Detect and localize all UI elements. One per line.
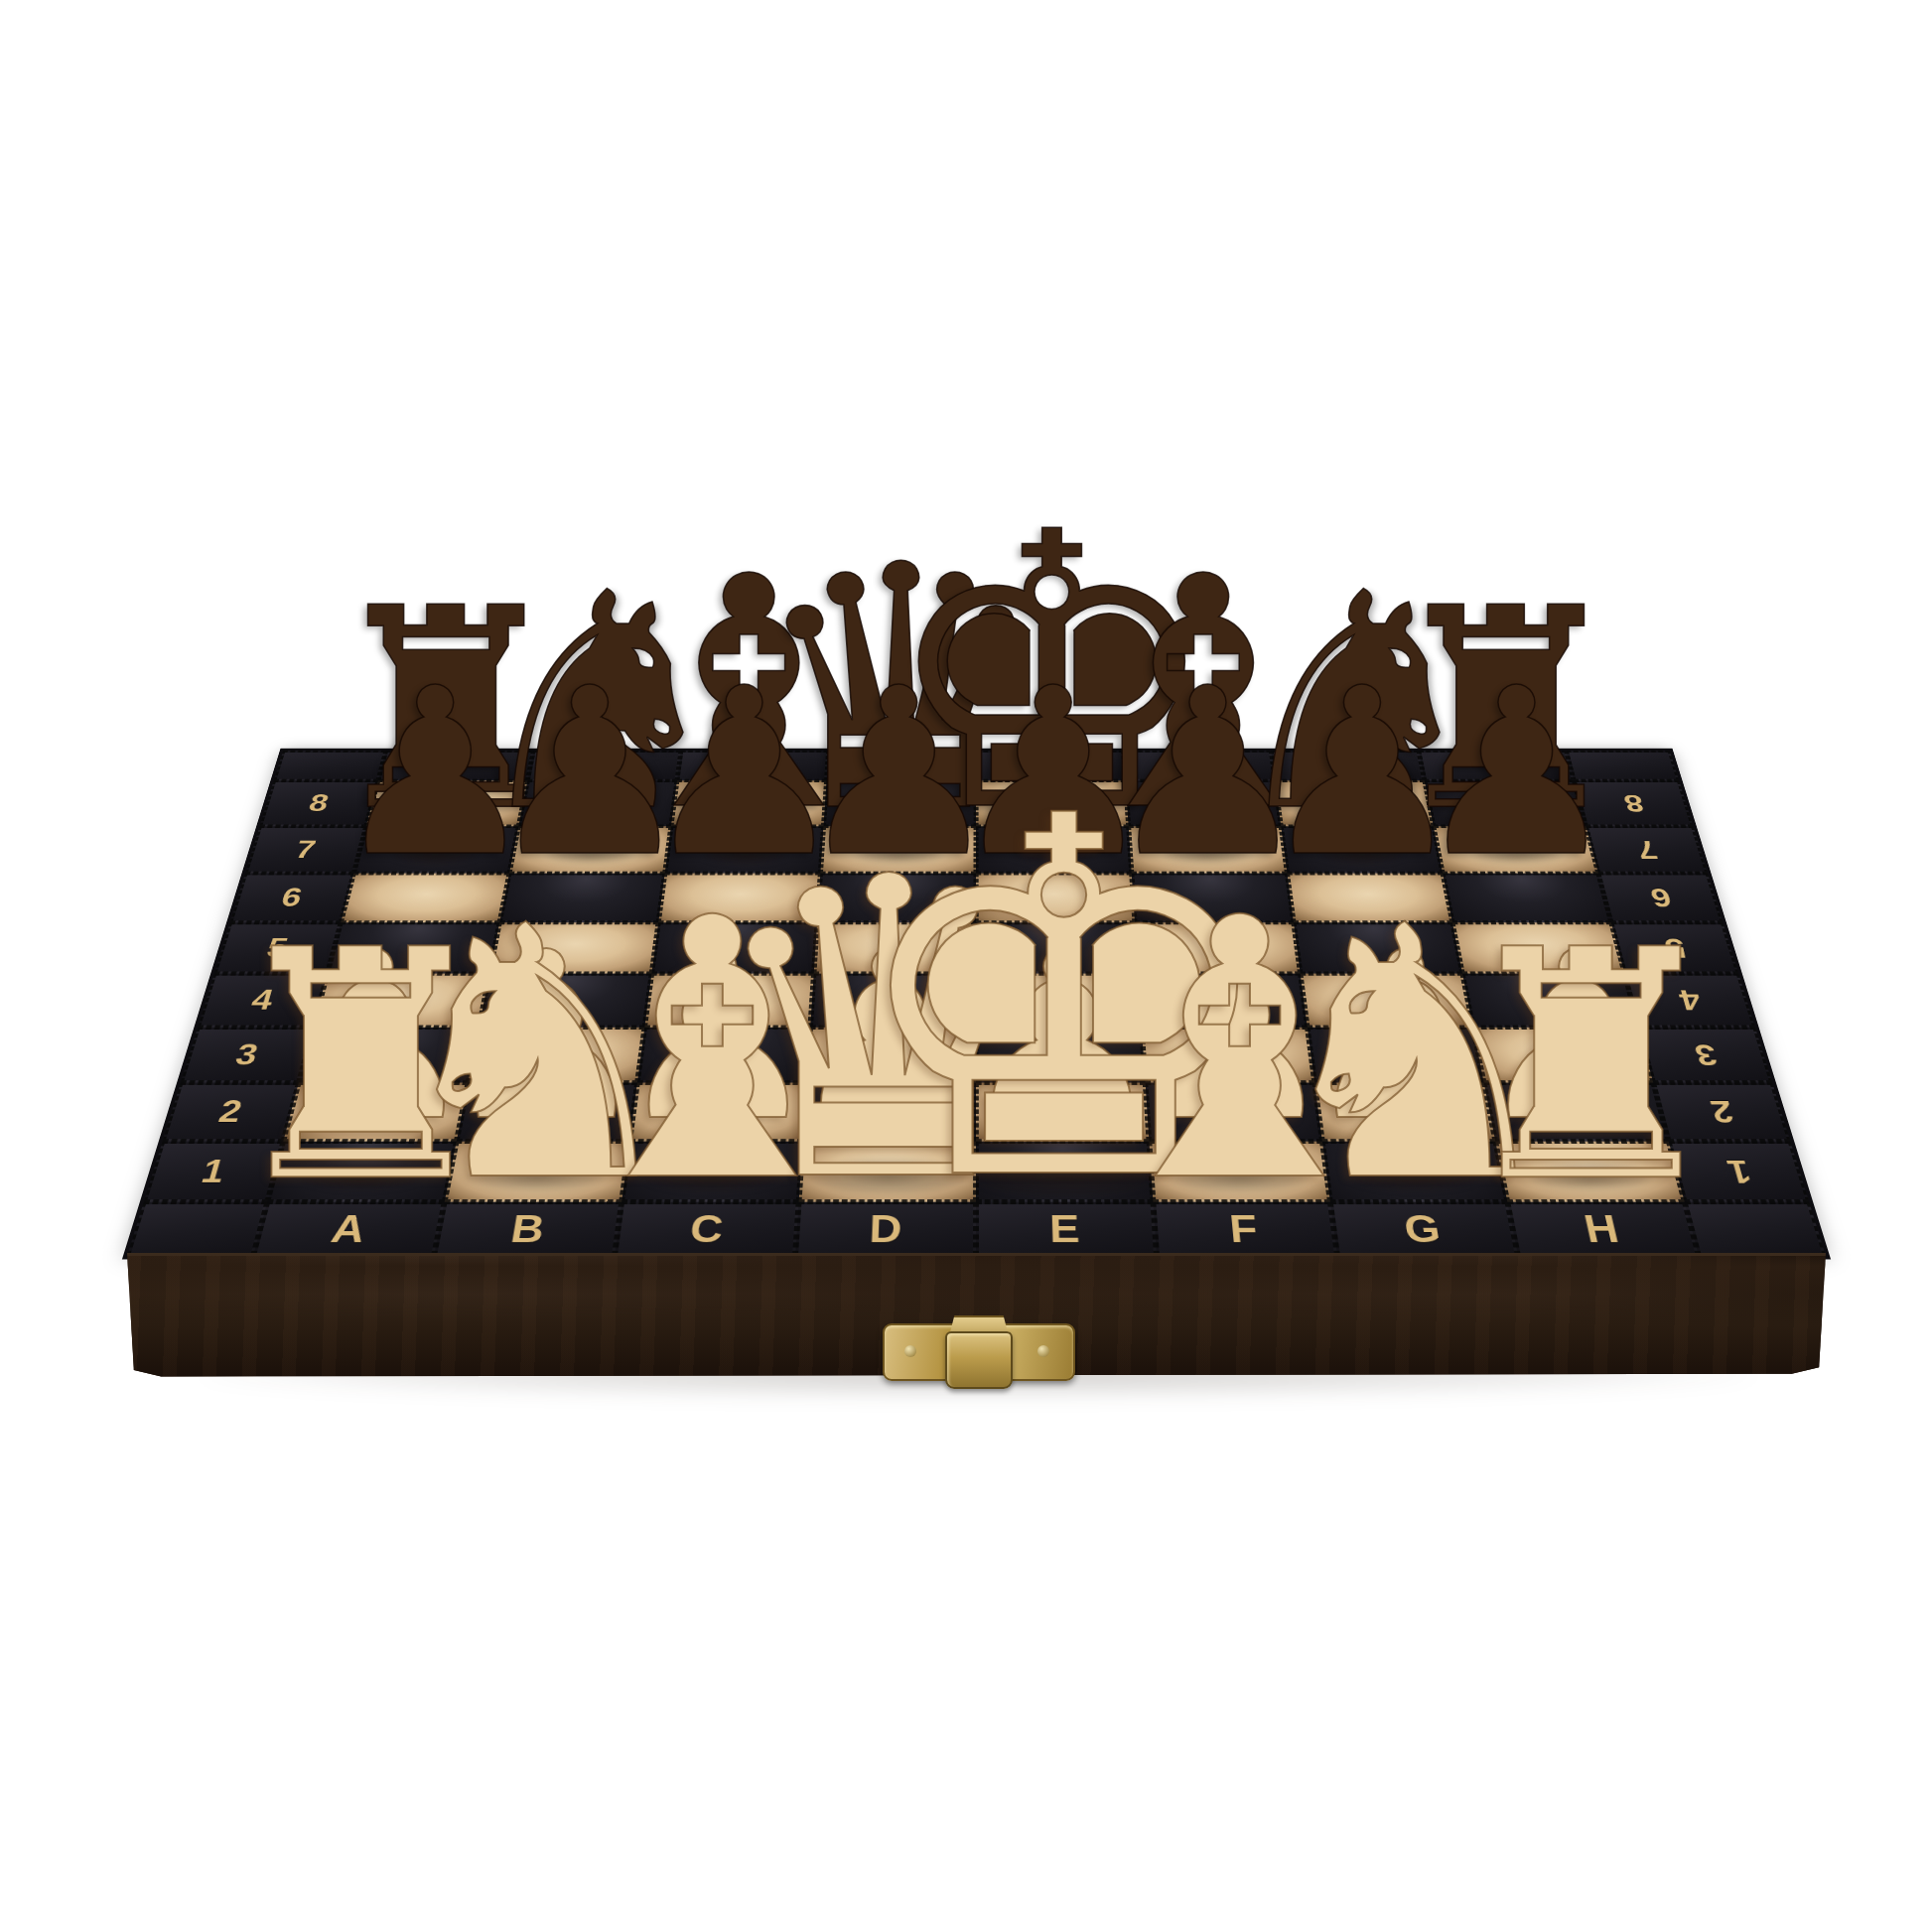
square-a1 [267,1141,457,1201]
rank-label-left-4: 4 [198,974,328,1028]
square-e2 [976,1083,1149,1142]
coordinate-label: 8 [1619,789,1647,816]
frame-cell [378,751,534,780]
square-g1 [1322,1141,1507,1201]
square-h3 [1473,1027,1654,1082]
square-h7 [1434,826,1598,873]
square-f8 [1126,780,1282,826]
square-g5 [1294,922,1462,974]
coordinate-label: F [1227,1206,1261,1252]
square-f5 [1135,922,1301,974]
coordinate-label: C [688,1206,727,1252]
square-c2 [629,1083,806,1142]
coordinate-label: 2 [214,1094,247,1129]
file-label-F: F [1153,1202,1337,1256]
coordinate-label: 1 [1722,1153,1755,1189]
frame-cell [677,751,829,780]
file-label-C: C [615,1202,799,1256]
square-a2 [283,1083,468,1142]
coordinate-label: 3 [231,1038,263,1071]
frame-cell [1566,751,1679,780]
square-g4 [1301,974,1473,1028]
rank-label-left-7: 7 [245,826,366,873]
square-f7 [1129,826,1288,873]
square-d2 [803,1083,976,1142]
coordinate-label: 3 [1689,1038,1721,1071]
rank-label-right-7: 7 [1586,826,1708,873]
square-h1 [1495,1141,1685,1201]
chess-board: 8877665544332211ABCDEFGH [127,751,1826,1256]
square-b1 [445,1141,630,1201]
frame-cell [827,751,977,780]
square-b6 [499,874,664,922]
rank-label-left-5: 5 [214,922,342,974]
file-label-H: H [1507,1202,1699,1256]
frame-cell [976,751,1126,780]
clasp-screw-left [904,1345,916,1357]
square-g7 [1281,826,1443,873]
square-g2 [1314,1083,1495,1142]
coordinate-label: G [1401,1206,1446,1252]
square-g3 [1308,1027,1484,1082]
square-f2 [1146,1083,1322,1142]
square-f1 [1149,1141,1329,1201]
file-label-G: G [1330,1202,1518,1256]
brass-clasp [883,1315,1071,1387]
square-h8 [1425,780,1587,826]
square-c4 [644,974,813,1028]
square-e8 [976,780,1129,826]
rank-label-left-3: 3 [181,1027,314,1082]
rank-label-right-3: 3 [1638,1027,1772,1082]
rank-label-left-1: 1 [144,1141,284,1201]
rank-label-right-6: 6 [1598,874,1723,922]
rank-label-left-6: 6 [230,874,354,922]
square-a4 [314,974,489,1028]
rank-label-right-8: 8 [1574,780,1693,826]
square-c1 [621,1141,802,1201]
square-b8 [518,780,677,826]
square-d7 [820,826,976,873]
square-e6 [976,874,1135,922]
square-d5 [814,922,976,974]
frame-cell [1685,1202,1826,1256]
square-a6 [341,874,509,922]
coordinate-label: 4 [248,984,279,1016]
rank-label-right-1: 1 [1669,1141,1810,1201]
square-b5 [489,922,658,974]
frame-cell [127,1202,267,1256]
coordinate-label: 2 [1705,1094,1737,1129]
square-h6 [1443,874,1611,922]
file-label-A: A [253,1202,445,1256]
square-b4 [479,974,651,1028]
coordinate-label: 7 [1632,835,1661,863]
coordinate-label: A [327,1206,371,1252]
coordinate-label: 5 [1659,932,1689,963]
coordinate-label: D [869,1206,904,1252]
square-b7 [509,826,671,873]
square-d6 [817,874,976,922]
square-c6 [658,874,820,922]
coordinate-label: 8 [306,789,334,816]
coordinate-label: 5 [263,932,293,963]
square-d4 [810,974,976,1028]
square-c3 [637,1027,810,1082]
rank-label-right-2: 2 [1653,1083,1790,1142]
square-a7 [353,826,518,873]
coordinate-label: 1 [198,1153,231,1189]
square-d1 [799,1141,976,1201]
square-e4 [976,974,1142,1028]
rank-label-right-5: 5 [1611,922,1738,974]
square-e3 [976,1027,1146,1082]
square-h5 [1452,922,1624,974]
square-c7 [665,826,824,873]
coordinate-label: E [1048,1206,1082,1252]
rank-label-right-4: 4 [1624,974,1754,1028]
coordinate-label: 6 [1645,883,1675,911]
square-a5 [328,922,499,974]
square-h4 [1462,974,1638,1028]
square-a3 [299,1027,480,1082]
coordinate-label: 7 [292,835,321,863]
rank-label-left-8: 8 [260,780,378,826]
coordinate-label: 4 [1674,984,1705,1016]
file-label-D: D [795,1202,976,1256]
coordinate-label: B [507,1206,549,1252]
square-a8 [366,780,528,826]
frame-cell [1124,751,1276,780]
square-c8 [671,780,827,826]
frame-cell [274,751,386,780]
file-label-E: E [976,1202,1157,1256]
coordinate-label: H [1580,1206,1624,1252]
square-f3 [1142,1027,1314,1082]
square-d3 [806,1027,976,1082]
square-f4 [1138,974,1307,1028]
square-h2 [1484,1083,1669,1142]
board-perspective-wrap: 8877665544332211ABCDEFGH [127,751,1826,1256]
frame-cell [527,751,681,780]
frame-cell [1271,751,1425,780]
square-f6 [1132,874,1294,922]
clasp-screw-right [1037,1345,1049,1357]
file-label-B: B [434,1202,621,1256]
square-e7 [976,826,1132,873]
clasp-tongue [945,1331,1013,1389]
chess-set-photo: 8877665544332211ABCDEFGH ♜♞♝♛♚♝♞♜♟♟♟♟♟♟♟… [0,0,1932,1932]
square-e5 [976,922,1138,974]
coordinate-label: 6 [278,883,308,911]
rank-label-left-2: 2 [163,1083,299,1142]
square-d8 [824,780,977,826]
square-b3 [468,1027,644,1082]
square-b2 [457,1083,637,1142]
square-c5 [651,922,817,974]
square-e1 [976,1141,1153,1201]
frame-cell [1419,751,1575,780]
square-g8 [1275,780,1434,826]
square-g6 [1287,874,1451,922]
